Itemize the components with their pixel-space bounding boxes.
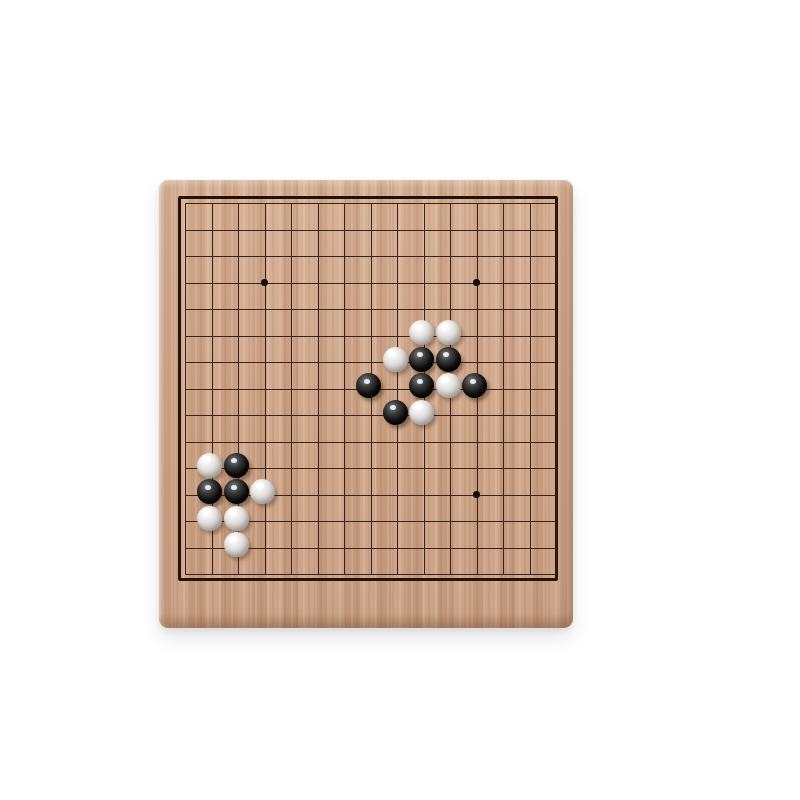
star-point (473, 279, 480, 286)
white-stone[interactable] (197, 453, 222, 478)
black-stone[interactable] (383, 400, 408, 425)
white-stone[interactable] (224, 506, 249, 531)
black-stone[interactable] (462, 373, 487, 398)
white-stone[interactable] (436, 320, 461, 345)
black-stone[interactable] (409, 347, 434, 372)
go-board (159, 180, 573, 628)
product-photo-background (0, 0, 800, 800)
white-stone[interactable] (197, 506, 222, 531)
board-intersections[interactable] (172, 190, 570, 588)
star-point (473, 491, 480, 498)
white-stone[interactable] (409, 320, 434, 345)
star-point (261, 279, 268, 286)
black-stone[interactable] (409, 373, 434, 398)
black-stone[interactable] (356, 373, 381, 398)
white-stone[interactable] (250, 479, 275, 504)
black-stone[interactable] (436, 347, 461, 372)
black-stone[interactable] (224, 453, 249, 478)
black-stone[interactable] (224, 479, 249, 504)
white-stone[interactable] (409, 400, 434, 425)
black-stone[interactable] (197, 479, 222, 504)
white-stone[interactable] (436, 373, 461, 398)
white-stone[interactable] (383, 347, 408, 372)
white-stone[interactable] (224, 532, 249, 557)
